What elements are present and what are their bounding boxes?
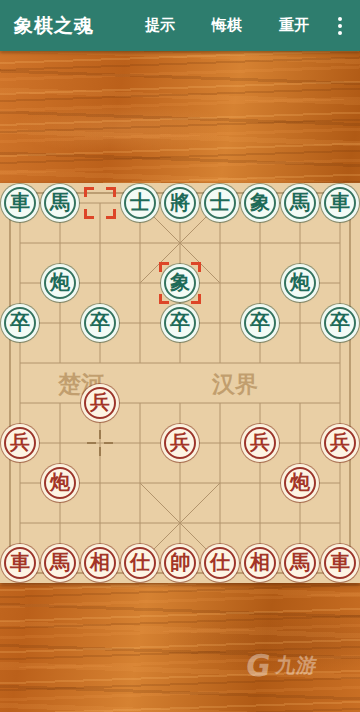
board-grid-lines (0, 183, 360, 583)
piece-red-兵[interactable]: 兵 (244, 427, 276, 459)
restart-button[interactable]: 重开 (273, 15, 315, 36)
piece-red-帥[interactable]: 帥 (164, 547, 196, 579)
app-bar: 象棋之魂 提示 悔棋 重开 (0, 0, 360, 51)
piece-red-相[interactable]: 相 (84, 547, 116, 579)
piece-green-士[interactable]: 士 (204, 187, 236, 219)
app-bar-actions: 提示 悔棋 重开 (139, 15, 315, 36)
piece-red-仕[interactable]: 仕 (204, 547, 236, 579)
piece-red-兵[interactable]: 兵 (324, 427, 356, 459)
piece-red-炮[interactable]: 炮 (44, 467, 76, 499)
app-title: 象棋之魂 (14, 13, 94, 39)
piece-green-車[interactable]: 車 (324, 187, 356, 219)
piece-green-象[interactable]: 象 (244, 187, 276, 219)
piece-red-炮[interactable]: 炮 (284, 467, 316, 499)
hint-button[interactable]: 提示 (139, 15, 181, 36)
piece-green-象[interactable]: 象 (164, 267, 196, 299)
piece-green-炮[interactable]: 炮 (284, 267, 316, 299)
piece-green-士[interactable]: 士 (124, 187, 156, 219)
piece-red-馬[interactable]: 馬 (284, 547, 316, 579)
app-screen: 象棋之魂 提示 悔棋 重开 楚河 汉界 車馬士將士象馬車炮象炮卒卒卒卒卒兵兵兵兵… (0, 0, 360, 712)
piece-green-卒[interactable]: 卒 (244, 307, 276, 339)
piece-red-兵[interactable]: 兵 (164, 427, 196, 459)
piece-green-將[interactable]: 將 (164, 187, 196, 219)
piece-red-馬[interactable]: 馬 (44, 547, 76, 579)
piece-green-卒[interactable]: 卒 (4, 307, 36, 339)
piece-green-卒[interactable]: 卒 (164, 307, 196, 339)
piece-red-車[interactable]: 車 (324, 547, 356, 579)
piece-green-馬[interactable]: 馬 (284, 187, 316, 219)
piece-red-仕[interactable]: 仕 (124, 547, 156, 579)
piece-green-卒[interactable]: 卒 (84, 307, 116, 339)
piece-red-相[interactable]: 相 (244, 547, 276, 579)
jiuyou-watermark: G 九游 (244, 648, 321, 683)
piece-green-卒[interactable]: 卒 (324, 307, 356, 339)
jiuyou-logo-icon: G (244, 648, 274, 683)
piece-red-兵[interactable]: 兵 (84, 387, 116, 419)
piece-green-車[interactable]: 車 (4, 187, 36, 219)
xiangqi-board[interactable]: 楚河 汉界 車馬士將士象馬車炮象炮卒卒卒卒卒兵兵兵兵兵炮炮車馬相仕帥仕相馬車 (0, 183, 360, 583)
overflow-menu-icon[interactable] (334, 24, 346, 28)
piece-green-馬[interactable]: 馬 (44, 187, 76, 219)
piece-red-兵[interactable]: 兵 (4, 427, 36, 459)
piece-green-炮[interactable]: 炮 (44, 267, 76, 299)
jiuyou-logo-text: 九游 (274, 652, 320, 679)
undo-move-button[interactable]: 悔棋 (206, 15, 248, 36)
piece-red-車[interactable]: 車 (4, 547, 36, 579)
